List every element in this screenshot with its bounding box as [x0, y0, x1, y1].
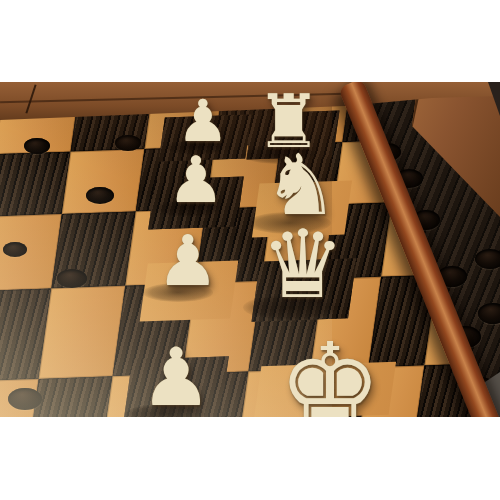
white-pawn-piece: ♟	[153, 226, 223, 296]
white-pawn-glyph: ♟	[153, 226, 223, 296]
white-pawn-piece: ♟	[174, 92, 232, 150]
photo-frame: ♟♜♟♞♟♛♟♚	[0, 82, 500, 417]
white-pawn-glyph: ♟	[164, 148, 228, 212]
white-pawn-piece: ♟	[164, 148, 228, 212]
white-king-glyph: ♚	[272, 328, 388, 417]
peg-hole	[475, 249, 500, 269]
board-square	[0, 152, 71, 217]
peg-hole	[115, 135, 141, 151]
peg-hole	[3, 242, 27, 257]
wood-crack-icon	[25, 84, 36, 113]
screenshot-canvas: ♟♜♟♞♟♛♟♚	[0, 0, 500, 500]
white-queen-glyph: ♛	[256, 218, 350, 312]
peg-hole	[478, 303, 500, 324]
peg-hole	[57, 269, 87, 288]
board-square	[39, 286, 126, 379]
white-pawn-piece: ♟	[136, 338, 216, 417]
peg-hole	[86, 187, 114, 204]
peg-hole	[8, 388, 42, 410]
white-pawn-glyph: ♟	[174, 92, 232, 150]
peg-hole	[24, 138, 50, 154]
white-queen-piece: ♛	[256, 218, 350, 312]
white-king-piece: ♚	[272, 328, 388, 417]
white-pawn-glyph: ♟	[136, 338, 216, 417]
board-square	[62, 149, 145, 214]
